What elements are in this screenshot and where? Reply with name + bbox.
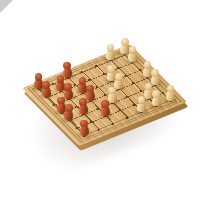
board-hole[interactable]: [162, 92, 165, 94]
board-hole[interactable]: [80, 71, 83, 73]
watermark-arrow-icon: [0, 0, 13, 13]
board-hole[interactable]: [97, 129, 100, 131]
peg-head: [42, 81, 50, 89]
peg-head: [86, 85, 94, 93]
peg-head: [144, 61, 152, 69]
peg-head: [121, 38, 129, 46]
peg-head: [80, 120, 88, 128]
board-hole[interactable]: [74, 106, 77, 108]
board-hole[interactable]: [139, 69, 142, 71]
peg-head: [79, 98, 87, 106]
peg-head: [57, 75, 65, 83]
peg-head: [101, 100, 109, 108]
board-hole[interactable]: [74, 84, 77, 86]
peg-head: [115, 73, 123, 81]
board-hole[interactable]: [124, 75, 127, 77]
peg-natural[interactable]: [166, 85, 176, 101]
board-hole[interactable]: [52, 104, 55, 106]
peg-head: [138, 96, 146, 104]
peg-brown[interactable]: [79, 120, 89, 136]
peg-brown[interactable]: [78, 98, 88, 114]
peg-natural[interactable]: [151, 90, 161, 106]
board-hole[interactable]: [52, 83, 55, 85]
board-hole[interactable]: [96, 86, 99, 88]
board-hole[interactable]: [88, 79, 91, 81]
peg-head: [151, 69, 159, 77]
board-hole[interactable]: [96, 108, 99, 110]
peg-natural[interactable]: [128, 46, 138, 62]
board-hole[interactable]: [102, 73, 105, 75]
peg-head: [107, 44, 115, 52]
peg-head: [64, 83, 72, 91]
board-hole[interactable]: [125, 96, 128, 98]
peg-head: [129, 46, 137, 54]
peg-head: [107, 65, 115, 73]
board-hole[interactable]: [90, 121, 93, 123]
board-hole[interactable]: [133, 104, 136, 106]
peg-natural[interactable]: [106, 44, 116, 60]
board-hole[interactable]: [112, 123, 115, 125]
peg-head: [57, 97, 65, 105]
peg-brown[interactable]: [64, 104, 74, 120]
peg-brown[interactable]: [41, 81, 51, 97]
board-hole[interactable]: [118, 109, 121, 111]
peg-head: [35, 73, 43, 81]
peg-head: [65, 104, 73, 112]
board-hole[interactable]: [117, 67, 120, 69]
peg-natural[interactable]: [137, 96, 147, 112]
peg-head: [152, 90, 160, 98]
board-hole[interactable]: [75, 127, 78, 129]
board-hole[interactable]: [126, 117, 129, 119]
board-hole[interactable]: [140, 90, 143, 92]
peg-brown[interactable]: [100, 100, 110, 116]
peg-head: [79, 77, 87, 85]
board-hole[interactable]: [132, 82, 135, 84]
board-hole[interactable]: [103, 94, 106, 96]
peg-head: [63, 62, 71, 70]
peg-head: [145, 83, 153, 91]
product-photo: [0, 0, 200, 200]
board-hole[interactable]: [95, 65, 98, 67]
peg-head: [167, 85, 175, 93]
peg-head: [108, 87, 116, 95]
